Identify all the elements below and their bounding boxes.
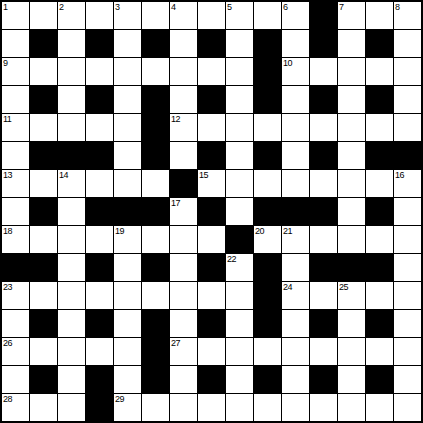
- white-cell[interactable]: [338, 394, 365, 421]
- black-cell: [254, 310, 281, 337]
- white-cell[interactable]: 3: [114, 2, 141, 29]
- white-cell[interactable]: [30, 226, 57, 253]
- black-cell: [198, 366, 225, 393]
- black-cell: [198, 310, 225, 337]
- white-cell[interactable]: [338, 310, 365, 337]
- crossword-board: 1234567891011121314151617181920212223242…: [0, 0, 423, 423]
- white-cell[interactable]: [310, 114, 337, 141]
- white-cell[interactable]: 7: [338, 2, 365, 29]
- white-cell[interactable]: [226, 142, 253, 169]
- black-cell: [394, 142, 421, 169]
- clue-number: 13: [3, 170, 12, 180]
- clue-number: 11: [3, 114, 11, 124]
- white-cell[interactable]: [310, 170, 337, 197]
- white-cell[interactable]: [114, 366, 141, 393]
- clue-number: 4: [171, 2, 176, 12]
- white-cell[interactable]: [114, 170, 141, 197]
- white-cell[interactable]: [58, 254, 85, 281]
- white-cell[interactable]: [338, 366, 365, 393]
- white-cell[interactable]: [58, 282, 85, 309]
- white-cell[interactable]: [170, 86, 197, 113]
- white-cell[interactable]: 20: [254, 226, 281, 253]
- white-cell[interactable]: [394, 366, 421, 393]
- clue-number: 1: [3, 2, 8, 12]
- black-cell: [282, 198, 309, 225]
- black-cell: [142, 310, 169, 337]
- white-cell[interactable]: [86, 170, 113, 197]
- white-cell[interactable]: [338, 198, 365, 225]
- white-cell[interactable]: [198, 114, 225, 141]
- white-cell[interactable]: [198, 226, 225, 253]
- clue-number: 3: [115, 2, 120, 12]
- white-cell[interactable]: [310, 338, 337, 365]
- white-cell[interactable]: [394, 198, 421, 225]
- white-cell[interactable]: [86, 58, 113, 85]
- white-cell[interactable]: 25: [338, 282, 365, 309]
- clue-number: 28: [3, 394, 12, 404]
- white-cell[interactable]: 6: [282, 2, 309, 29]
- clue-number: 18: [3, 226, 12, 236]
- white-cell[interactable]: [114, 254, 141, 281]
- white-cell[interactable]: [282, 142, 309, 169]
- black-cell: [366, 254, 393, 281]
- white-cell[interactable]: 24: [282, 282, 309, 309]
- white-cell[interactable]: [394, 394, 421, 421]
- clue-number: 26: [3, 338, 12, 348]
- white-cell[interactable]: [58, 366, 85, 393]
- white-cell[interactable]: [114, 142, 141, 169]
- black-cell: [58, 142, 85, 169]
- black-cell: [254, 198, 281, 225]
- black-cell: [366, 366, 393, 393]
- white-cell[interactable]: [86, 338, 113, 365]
- clue-number: 17: [171, 198, 180, 208]
- white-cell[interactable]: [114, 114, 141, 141]
- white-cell[interactable]: [30, 282, 57, 309]
- white-cell[interactable]: [366, 394, 393, 421]
- white-cell[interactable]: [254, 394, 281, 421]
- white-cell[interactable]: [282, 310, 309, 337]
- black-cell: [142, 254, 169, 281]
- white-cell[interactable]: [58, 198, 85, 225]
- white-cell[interactable]: [226, 114, 253, 141]
- white-cell[interactable]: 23: [2, 282, 29, 309]
- white-cell[interactable]: [58, 30, 85, 57]
- white-cell[interactable]: [254, 114, 281, 141]
- white-cell[interactable]: [2, 142, 29, 169]
- white-cell[interactable]: [2, 198, 29, 225]
- white-cell[interactable]: [2, 310, 29, 337]
- white-cell[interactable]: [198, 2, 225, 29]
- white-cell[interactable]: 27: [170, 338, 197, 365]
- white-cell[interactable]: [254, 338, 281, 365]
- white-cell[interactable]: 15: [198, 170, 225, 197]
- white-cell[interactable]: [170, 30, 197, 57]
- white-cell[interactable]: [366, 338, 393, 365]
- white-cell[interactable]: [142, 58, 169, 85]
- white-cell[interactable]: [226, 30, 253, 57]
- black-cell: [254, 282, 281, 309]
- black-cell: [366, 30, 393, 57]
- white-cell[interactable]: [86, 226, 113, 253]
- white-cell[interactable]: 11: [2, 114, 29, 141]
- clue-number: 25: [339, 282, 348, 292]
- white-cell[interactable]: [226, 338, 253, 365]
- white-cell[interactable]: [86, 282, 113, 309]
- clue-number: 2: [59, 2, 64, 12]
- black-cell: [366, 86, 393, 113]
- white-cell[interactable]: [142, 282, 169, 309]
- clue-number: 12: [171, 114, 180, 124]
- black-cell: [86, 254, 113, 281]
- black-cell: [30, 198, 57, 225]
- white-cell[interactable]: [394, 282, 421, 309]
- white-cell[interactable]: [58, 310, 85, 337]
- clue-number: 23: [3, 282, 12, 292]
- white-cell[interactable]: [310, 226, 337, 253]
- black-cell: [310, 198, 337, 225]
- white-cell[interactable]: [282, 114, 309, 141]
- black-cell: [142, 366, 169, 393]
- clue-number: 5: [227, 2, 232, 12]
- white-cell[interactable]: 22: [226, 254, 253, 281]
- white-cell[interactable]: 18: [2, 226, 29, 253]
- white-cell[interactable]: [58, 58, 85, 85]
- black-cell: [86, 30, 113, 57]
- black-cell: [30, 254, 57, 281]
- white-cell[interactable]: [338, 142, 365, 169]
- clue-number: 22: [227, 254, 236, 264]
- white-cell[interactable]: [394, 30, 421, 57]
- white-cell[interactable]: [394, 338, 421, 365]
- white-cell[interactable]: [58, 338, 85, 365]
- white-cell[interactable]: [170, 254, 197, 281]
- black-cell: [86, 366, 113, 393]
- black-cell: [254, 142, 281, 169]
- black-cell: [170, 170, 197, 197]
- clue-number: 20: [255, 226, 264, 236]
- white-cell[interactable]: [282, 254, 309, 281]
- white-cell[interactable]: [282, 394, 309, 421]
- white-cell[interactable]: [170, 282, 197, 309]
- black-cell: [142, 86, 169, 113]
- black-cell: [198, 86, 225, 113]
- white-cell[interactable]: [142, 226, 169, 253]
- white-cell[interactable]: [114, 310, 141, 337]
- white-cell[interactable]: [142, 170, 169, 197]
- black-cell: [310, 86, 337, 113]
- white-cell[interactable]: [86, 114, 113, 141]
- white-cell[interactable]: [282, 86, 309, 113]
- black-cell: [30, 142, 57, 169]
- white-cell[interactable]: [2, 86, 29, 113]
- white-cell[interactable]: [226, 310, 253, 337]
- white-cell[interactable]: [2, 366, 29, 393]
- white-cell[interactable]: [170, 226, 197, 253]
- white-cell[interactable]: [30, 338, 57, 365]
- white-cell[interactable]: [282, 366, 309, 393]
- white-cell[interactable]: [170, 310, 197, 337]
- clue-number: 14: [59, 170, 68, 180]
- white-cell[interactable]: [142, 2, 169, 29]
- white-cell[interactable]: [254, 170, 281, 197]
- white-cell[interactable]: [338, 338, 365, 365]
- black-cell: [142, 142, 169, 169]
- white-cell[interactable]: [338, 30, 365, 57]
- white-cell[interactable]: [254, 2, 281, 29]
- black-cell: [198, 30, 225, 57]
- black-cell: [142, 198, 169, 225]
- white-cell[interactable]: [338, 86, 365, 113]
- clue-number: 24: [283, 282, 292, 292]
- white-cell[interactable]: [282, 30, 309, 57]
- white-cell[interactable]: [198, 282, 225, 309]
- white-cell[interactable]: 17: [170, 198, 197, 225]
- black-cell: [198, 198, 225, 225]
- white-cell[interactable]: [114, 58, 141, 85]
- black-cell: [142, 30, 169, 57]
- black-cell: [254, 254, 281, 281]
- white-cell[interactable]: [142, 394, 169, 421]
- white-cell[interactable]: [58, 226, 85, 253]
- black-cell: [254, 58, 281, 85]
- white-cell[interactable]: [2, 30, 29, 57]
- white-cell[interactable]: 4: [170, 2, 197, 29]
- white-cell[interactable]: 2: [58, 2, 85, 29]
- white-cell[interactable]: 1: [2, 2, 29, 29]
- white-cell[interactable]: [394, 114, 421, 141]
- white-cell[interactable]: [366, 114, 393, 141]
- black-cell: [198, 142, 225, 169]
- black-cell: [310, 142, 337, 169]
- black-cell: [226, 226, 253, 253]
- white-cell[interactable]: 21: [282, 226, 309, 253]
- white-cell[interactable]: [282, 170, 309, 197]
- white-cell[interactable]: [366, 282, 393, 309]
- black-cell: [30, 86, 57, 113]
- clue-number: 19: [115, 226, 124, 236]
- clue-number: 15: [199, 170, 208, 180]
- white-cell[interactable]: 29: [114, 394, 141, 421]
- white-cell[interactable]: [394, 86, 421, 113]
- white-cell[interactable]: [226, 282, 253, 309]
- white-cell[interactable]: 10: [282, 58, 309, 85]
- white-cell[interactable]: [310, 58, 337, 85]
- white-cell[interactable]: [170, 394, 197, 421]
- white-cell[interactable]: 28: [2, 394, 29, 421]
- white-cell[interactable]: 5: [226, 2, 253, 29]
- white-cell[interactable]: [30, 170, 57, 197]
- white-cell[interactable]: [226, 58, 253, 85]
- white-cell[interactable]: [394, 58, 421, 85]
- black-cell: [338, 254, 365, 281]
- white-cell[interactable]: [338, 226, 365, 253]
- black-cell: [310, 254, 337, 281]
- black-cell: [86, 310, 113, 337]
- white-cell[interactable]: [338, 58, 365, 85]
- white-cell[interactable]: [58, 86, 85, 113]
- clue-number: 29: [115, 394, 124, 404]
- white-cell[interactable]: [30, 394, 57, 421]
- black-cell: [86, 198, 113, 225]
- white-cell[interactable]: 8: [394, 2, 421, 29]
- white-cell[interactable]: [338, 114, 365, 141]
- white-cell[interactable]: [198, 338, 225, 365]
- white-cell[interactable]: [114, 282, 141, 309]
- white-cell[interactable]: [394, 254, 421, 281]
- white-cell[interactable]: [58, 394, 85, 421]
- black-cell: [310, 30, 337, 57]
- white-cell[interactable]: [366, 2, 393, 29]
- black-cell: [254, 30, 281, 57]
- white-cell[interactable]: [366, 58, 393, 85]
- black-cell: [366, 198, 393, 225]
- black-cell: [254, 86, 281, 113]
- white-cell[interactable]: [366, 170, 393, 197]
- white-cell[interactable]: [226, 198, 253, 225]
- white-cell[interactable]: 12: [170, 114, 197, 141]
- white-cell[interactable]: [226, 394, 253, 421]
- white-cell[interactable]: [226, 170, 253, 197]
- white-cell[interactable]: [170, 58, 197, 85]
- black-cell: [310, 2, 337, 29]
- white-cell[interactable]: [310, 282, 337, 309]
- black-cell: [310, 366, 337, 393]
- black-cell: [366, 310, 393, 337]
- black-cell: [198, 254, 225, 281]
- white-cell[interactable]: [30, 2, 57, 29]
- white-cell[interactable]: [170, 142, 197, 169]
- white-cell[interactable]: 16: [394, 170, 421, 197]
- black-cell: [86, 86, 113, 113]
- clue-number: 9: [3, 58, 8, 68]
- clue-number: 27: [171, 338, 180, 348]
- black-cell: [114, 198, 141, 225]
- black-cell: [310, 310, 337, 337]
- white-cell[interactable]: [226, 366, 253, 393]
- white-cell[interactable]: [198, 394, 225, 421]
- black-cell: [86, 394, 113, 421]
- clue-number: 16: [395, 170, 404, 180]
- black-cell: [30, 30, 57, 57]
- black-cell: [142, 114, 169, 141]
- white-cell[interactable]: 26: [2, 338, 29, 365]
- white-cell[interactable]: 9: [2, 58, 29, 85]
- clue-number: 6: [283, 2, 288, 12]
- clue-number: 21: [283, 226, 292, 236]
- white-cell[interactable]: [30, 114, 57, 141]
- white-cell[interactable]: [282, 338, 309, 365]
- white-cell[interactable]: [86, 2, 113, 29]
- black-cell: [142, 338, 169, 365]
- white-cell[interactable]: [198, 58, 225, 85]
- white-cell[interactable]: [366, 226, 393, 253]
- white-cell[interactable]: 19: [114, 226, 141, 253]
- white-cell[interactable]: [114, 30, 141, 57]
- black-cell: [86, 142, 113, 169]
- black-cell: [366, 142, 393, 169]
- clue-number: 10: [283, 58, 292, 68]
- black-cell: [2, 254, 29, 281]
- white-cell[interactable]: 14: [58, 170, 85, 197]
- white-cell[interactable]: 13: [2, 170, 29, 197]
- white-cell[interactable]: [394, 310, 421, 337]
- black-cell: [254, 366, 281, 393]
- white-cell[interactable]: [58, 114, 85, 141]
- white-cell[interactable]: [114, 86, 141, 113]
- white-cell[interactable]: [394, 226, 421, 253]
- white-cell[interactable]: [310, 394, 337, 421]
- clue-number: 7: [339, 2, 344, 12]
- white-cell[interactable]: [30, 58, 57, 85]
- clue-number: 8: [395, 2, 400, 12]
- white-cell[interactable]: [114, 338, 141, 365]
- white-cell[interactable]: [338, 170, 365, 197]
- black-cell: [30, 310, 57, 337]
- white-cell[interactable]: [170, 366, 197, 393]
- black-cell: [30, 366, 57, 393]
- white-cell[interactable]: [226, 86, 253, 113]
